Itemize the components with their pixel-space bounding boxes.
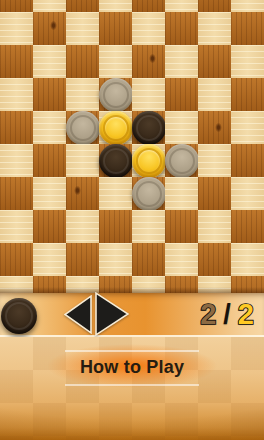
right-arrow-button[interactable] bbox=[95, 292, 129, 336]
board-frame-cell bbox=[66, 0, 99, 12]
board-cell-f7[interactable] bbox=[165, 210, 198, 243]
how-to-play-button[interactable]: How to Play bbox=[65, 350, 199, 386]
board-cell-d8[interactable] bbox=[99, 243, 132, 276]
board-cell-f6[interactable] bbox=[165, 177, 198, 210]
board-cell-g6[interactable] bbox=[198, 177, 231, 210]
board-cell-g8[interactable] bbox=[198, 243, 231, 276]
black-disc bbox=[99, 144, 133, 178]
move-hint-disc bbox=[132, 177, 166, 211]
board-cell-c5[interactable] bbox=[66, 144, 99, 177]
board-cell-f4[interactable] bbox=[165, 111, 198, 144]
board-cell-f2[interactable] bbox=[165, 45, 198, 78]
board-cell-g7[interactable] bbox=[198, 210, 231, 243]
board-cell-a4[interactable] bbox=[0, 111, 33, 144]
board-cell-b6[interactable] bbox=[33, 177, 66, 210]
board-frame-cell bbox=[0, 0, 33, 12]
board-frame-cell bbox=[231, 0, 264, 12]
board-cell-h1[interactable] bbox=[231, 12, 264, 45]
board-cell-e2[interactable] bbox=[132, 45, 165, 78]
board-cell-b4[interactable] bbox=[33, 111, 66, 144]
board-frame-cell bbox=[165, 276, 198, 293]
board-cell-e6[interactable] bbox=[132, 177, 165, 210]
board-cell-f1[interactable] bbox=[165, 12, 198, 45]
board-frame-cell bbox=[33, 276, 66, 293]
board-cell-b1[interactable] bbox=[33, 12, 66, 45]
turn-indicator-black-disc bbox=[1, 298, 37, 334]
board-cell-c4[interactable] bbox=[66, 111, 99, 144]
footer-panel: How to Play bbox=[0, 337, 264, 440]
board-cell-c8[interactable] bbox=[66, 243, 99, 276]
board-cell-g1[interactable] bbox=[198, 12, 231, 45]
score-separator: / bbox=[223, 301, 231, 328]
board-cell-c6[interactable] bbox=[66, 177, 99, 210]
board-cell-d2[interactable] bbox=[99, 45, 132, 78]
board-cell-b8[interactable] bbox=[33, 243, 66, 276]
board-cell-a3[interactable] bbox=[0, 78, 33, 111]
board-frame-cell bbox=[231, 276, 264, 293]
board-cell-g3[interactable] bbox=[198, 78, 231, 111]
board-cell-c7[interactable] bbox=[66, 210, 99, 243]
board-grid bbox=[0, 0, 264, 293]
board-frame-cell bbox=[132, 0, 165, 12]
board-cell-e7[interactable] bbox=[132, 210, 165, 243]
board-frame-cell bbox=[0, 276, 33, 293]
board-frame-cell bbox=[198, 276, 231, 293]
board-cell-e5[interactable] bbox=[132, 144, 165, 177]
board-cell-h8[interactable] bbox=[231, 243, 264, 276]
board-frame-cell bbox=[165, 0, 198, 12]
board-cell-g4[interactable] bbox=[198, 111, 231, 144]
board-cell-g5[interactable] bbox=[198, 144, 231, 177]
board-cell-e8[interactable] bbox=[132, 243, 165, 276]
board-cell-h5[interactable] bbox=[231, 144, 264, 177]
white-score: 2 bbox=[238, 300, 254, 329]
board-cell-f5[interactable] bbox=[165, 144, 198, 177]
board-cell-b3[interactable] bbox=[33, 78, 66, 111]
how-to-play-label: How to Play bbox=[80, 357, 184, 377]
board-cell-c1[interactable] bbox=[66, 12, 99, 45]
board-cell-d1[interactable] bbox=[99, 12, 132, 45]
move-hint-disc bbox=[66, 111, 100, 145]
board-cell-a1[interactable] bbox=[0, 12, 33, 45]
board-cell-a5[interactable] bbox=[0, 144, 33, 177]
board-cell-a7[interactable] bbox=[0, 210, 33, 243]
board-cell-h3[interactable] bbox=[231, 78, 264, 111]
board-cell-h4[interactable] bbox=[231, 111, 264, 144]
board-cell-c3[interactable] bbox=[66, 78, 99, 111]
board-cell-f3[interactable] bbox=[165, 78, 198, 111]
move-hint-disc bbox=[99, 78, 133, 112]
board-frame-cell bbox=[66, 276, 99, 293]
board-cell-f8[interactable] bbox=[165, 243, 198, 276]
board-cell-e1[interactable] bbox=[132, 12, 165, 45]
black-score: 2 bbox=[200, 300, 216, 329]
board-cell-a8[interactable] bbox=[0, 243, 33, 276]
board-cell-b7[interactable] bbox=[33, 210, 66, 243]
board-cell-d3[interactable] bbox=[99, 78, 132, 111]
yellow-disc bbox=[132, 144, 166, 178]
board-cell-d5[interactable] bbox=[99, 144, 132, 177]
board-cell-d6[interactable] bbox=[99, 177, 132, 210]
board-frame-cell bbox=[198, 0, 231, 12]
board-cell-d4[interactable] bbox=[99, 111, 132, 144]
board-cell-c2[interactable] bbox=[66, 45, 99, 78]
board-cell-h2[interactable] bbox=[231, 45, 264, 78]
black-disc bbox=[132, 111, 166, 145]
othello-board bbox=[0, 0, 264, 293]
board-cell-h6[interactable] bbox=[231, 177, 264, 210]
board-cell-d7[interactable] bbox=[99, 210, 132, 243]
move-navigation bbox=[64, 293, 129, 335]
board-cell-e3[interactable] bbox=[132, 78, 165, 111]
board-cell-a2[interactable] bbox=[0, 45, 33, 78]
board-cell-a6[interactable] bbox=[0, 177, 33, 210]
game-screen: 2 / 2 How to Play bbox=[0, 0, 264, 440]
board-cell-b2[interactable] bbox=[33, 45, 66, 78]
board-frame-cell bbox=[99, 0, 132, 12]
board-cell-b5[interactable] bbox=[33, 144, 66, 177]
board-cell-e4[interactable] bbox=[132, 111, 165, 144]
control-bar: 2 / 2 bbox=[0, 293, 264, 337]
board-frame-cell bbox=[99, 276, 132, 293]
board-cell-g2[interactable] bbox=[198, 45, 231, 78]
board-frame-cell bbox=[33, 0, 66, 12]
yellow-disc bbox=[99, 111, 133, 145]
score-display: 2 / 2 bbox=[200, 293, 254, 335]
board-frame-cell bbox=[132, 276, 165, 293]
move-hint-disc bbox=[165, 144, 199, 178]
board-cell-h7[interactable] bbox=[231, 210, 264, 243]
left-arrow-button[interactable] bbox=[64, 295, 92, 334]
